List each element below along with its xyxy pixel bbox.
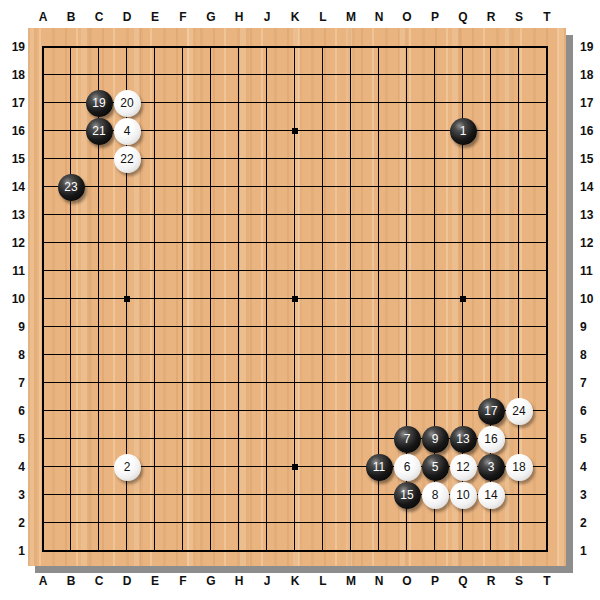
board-cell[interactable] [57, 33, 85, 61]
board-cell[interactable] [421, 397, 449, 425]
board-cell[interactable] [113, 341, 141, 369]
board-cell[interactable] [505, 201, 533, 229]
board-cell[interactable] [393, 173, 421, 201]
board-cell[interactable] [393, 313, 421, 341]
board-cell[interactable] [337, 229, 365, 257]
board-cell[interactable] [225, 397, 253, 425]
board-cell[interactable] [253, 481, 281, 509]
board-cell[interactable] [533, 173, 561, 201]
board-cell[interactable] [253, 425, 281, 453]
board-cell[interactable] [113, 229, 141, 257]
board-cell[interactable] [477, 341, 505, 369]
board-cell[interactable] [29, 145, 57, 173]
board-cell[interactable] [141, 453, 169, 481]
board-cell[interactable] [309, 229, 337, 257]
board-cell[interactable] [337, 145, 365, 173]
board-cell[interactable] [169, 145, 197, 173]
board-cell[interactable] [449, 201, 477, 229]
board-cell[interactable] [281, 257, 309, 285]
board-cell[interactable] [113, 425, 141, 453]
board-cell[interactable] [57, 453, 85, 481]
board-cell[interactable] [141, 117, 169, 145]
board-cell[interactable] [85, 313, 113, 341]
board-cell[interactable] [337, 313, 365, 341]
board-cell[interactable] [533, 369, 561, 397]
board-cell[interactable] [477, 313, 505, 341]
board-cell[interactable] [449, 61, 477, 89]
board-cell[interactable] [225, 201, 253, 229]
board-cell[interactable] [29, 453, 57, 481]
board-cell[interactable] [421, 341, 449, 369]
board-cell[interactable] [505, 145, 533, 173]
board-cell[interactable] [337, 453, 365, 481]
board-cell[interactable] [225, 369, 253, 397]
board-cell[interactable] [57, 537, 85, 565]
board-cell[interactable] [281, 117, 309, 145]
board-cell[interactable] [29, 173, 57, 201]
board-cell[interactable] [449, 369, 477, 397]
board-cell[interactable] [281, 369, 309, 397]
board-cell[interactable] [225, 453, 253, 481]
board-cell[interactable] [141, 145, 169, 173]
board-cell[interactable] [309, 481, 337, 509]
board-cell[interactable] [309, 33, 337, 61]
board-cell[interactable] [421, 313, 449, 341]
board-cell[interactable] [533, 61, 561, 89]
board-cell[interactable] [449, 89, 477, 117]
board-cell[interactable] [309, 89, 337, 117]
board-cell[interactable] [477, 117, 505, 145]
board-cell[interactable] [85, 285, 113, 313]
board-cell[interactable] [477, 145, 505, 173]
board-cell[interactable] [309, 201, 337, 229]
board-cell[interactable] [197, 509, 225, 537]
board-cell[interactable] [505, 313, 533, 341]
board-cell[interactable] [393, 341, 421, 369]
board-cell[interactable] [421, 369, 449, 397]
board-cell[interactable] [309, 313, 337, 341]
board-cell[interactable] [421, 257, 449, 285]
board-cell[interactable] [337, 537, 365, 565]
board-cell[interactable] [57, 481, 85, 509]
board-cell[interactable] [281, 61, 309, 89]
board-cell[interactable] [57, 369, 85, 397]
board-cell[interactable] [141, 341, 169, 369]
board-cell[interactable] [29, 397, 57, 425]
board-cell[interactable] [505, 117, 533, 145]
board-cell[interactable]: 12 [449, 453, 477, 481]
board-cell[interactable] [253, 537, 281, 565]
board-cell[interactable] [309, 369, 337, 397]
board-cell[interactable] [365, 257, 393, 285]
board-cell[interactable] [141, 229, 169, 257]
board-cell[interactable] [253, 173, 281, 201]
board-cell[interactable]: 14 [477, 481, 505, 509]
board-cell[interactable] [337, 425, 365, 453]
board-cell[interactable] [113, 173, 141, 201]
board-cell[interactable] [197, 481, 225, 509]
board-cell[interactable] [29, 201, 57, 229]
board-cell[interactable] [29, 313, 57, 341]
board-cell[interactable] [253, 33, 281, 61]
board-cell[interactable] [421, 173, 449, 201]
board-cell[interactable] [393, 89, 421, 117]
board-cell[interactable] [505, 33, 533, 61]
board-cell[interactable] [225, 285, 253, 313]
board-cell[interactable] [253, 201, 281, 229]
board-cell[interactable]: 9 [421, 425, 449, 453]
board-cell[interactable] [141, 369, 169, 397]
board-cell[interactable] [281, 425, 309, 453]
board-cell[interactable] [337, 257, 365, 285]
board-cell[interactable] [533, 89, 561, 117]
board-cell[interactable] [309, 285, 337, 313]
board-cell[interactable] [29, 481, 57, 509]
board-cell[interactable] [169, 89, 197, 117]
board-cell[interactable] [141, 285, 169, 313]
board-cell[interactable] [197, 61, 225, 89]
board-cell[interactable] [309, 509, 337, 537]
board-cell[interactable] [477, 285, 505, 313]
board-cell[interactable] [365, 341, 393, 369]
board-cell[interactable] [337, 285, 365, 313]
board-cell[interactable] [421, 61, 449, 89]
board-cell[interactable] [449, 229, 477, 257]
board-cell[interactable] [533, 537, 561, 565]
board-cell[interactable] [505, 173, 533, 201]
board-cell[interactable] [57, 341, 85, 369]
board-cell[interactable] [141, 313, 169, 341]
board-cell[interactable] [365, 145, 393, 173]
board-cell[interactable] [253, 453, 281, 481]
board-cell[interactable]: 11 [365, 453, 393, 481]
board-cell[interactable] [365, 201, 393, 229]
board-cell[interactable]: 15 [393, 481, 421, 509]
board-cell[interactable] [85, 369, 113, 397]
board-cell[interactable]: 24 [505, 397, 533, 425]
board-cell[interactable] [533, 313, 561, 341]
board-cell[interactable] [505, 61, 533, 89]
board-cell[interactable] [365, 509, 393, 537]
board-cell[interactable]: 21 [85, 117, 113, 145]
board-cell[interactable] [169, 369, 197, 397]
board-cell[interactable] [477, 61, 505, 89]
board-cell[interactable] [393, 509, 421, 537]
board-cell[interactable] [225, 257, 253, 285]
board-cell[interactable] [253, 509, 281, 537]
board-cell[interactable] [141, 425, 169, 453]
board-cell[interactable] [533, 145, 561, 173]
board-cell[interactable] [169, 33, 197, 61]
board-cell[interactable]: 8 [421, 481, 449, 509]
board-cell[interactable] [197, 173, 225, 201]
board-cell[interactable] [309, 425, 337, 453]
board-cell[interactable] [477, 509, 505, 537]
board-cell[interactable] [113, 201, 141, 229]
board-cell[interactable] [421, 285, 449, 313]
board-cell[interactable]: 10 [449, 481, 477, 509]
board-cell[interactable] [197, 145, 225, 173]
board-cell[interactable] [281, 89, 309, 117]
board-cell[interactable] [505, 229, 533, 257]
board-cell[interactable] [29, 285, 57, 313]
board-cell[interactable] [477, 33, 505, 61]
board-cell[interactable]: 22 [113, 145, 141, 173]
board-cell[interactable] [169, 229, 197, 257]
board-cell[interactable] [365, 397, 393, 425]
board-cell[interactable] [337, 341, 365, 369]
board-cell[interactable] [197, 397, 225, 425]
board-cell[interactable] [393, 145, 421, 173]
board-cell[interactable] [281, 229, 309, 257]
board-cell[interactable] [393, 537, 421, 565]
board-cell[interactable] [281, 285, 309, 313]
board-cell[interactable] [309, 397, 337, 425]
board-cell[interactable] [421, 89, 449, 117]
board-cell[interactable] [113, 33, 141, 61]
board-cell[interactable] [169, 173, 197, 201]
board-cell[interactable]: 16 [477, 425, 505, 453]
board-cell[interactable]: 17 [477, 397, 505, 425]
board-cell[interactable]: 18 [505, 453, 533, 481]
board-cell[interactable] [365, 61, 393, 89]
board-cell[interactable] [449, 145, 477, 173]
board-cell[interactable] [253, 313, 281, 341]
board-cell[interactable] [225, 313, 253, 341]
board-cell[interactable] [169, 481, 197, 509]
board-cell[interactable] [29, 117, 57, 145]
board-cell[interactable] [141, 201, 169, 229]
board-cell[interactable] [337, 89, 365, 117]
board-cell[interactable] [85, 33, 113, 61]
board-cell[interactable] [393, 201, 421, 229]
board-cell[interactable] [309, 61, 337, 89]
board-cell[interactable]: 7 [393, 425, 421, 453]
board-cell[interactable] [29, 425, 57, 453]
board-cell[interactable] [393, 61, 421, 89]
board-cell[interactable] [85, 481, 113, 509]
board-cell[interactable]: 1 [449, 117, 477, 145]
board-cell[interactable] [169, 397, 197, 425]
board-cell[interactable] [197, 369, 225, 397]
board-cell[interactable] [253, 397, 281, 425]
board-grid[interactable]: 192021412223172479131621165123181581014 [29, 33, 561, 565]
board-cell[interactable] [393, 369, 421, 397]
board-cell[interactable] [421, 229, 449, 257]
board-cell[interactable] [253, 117, 281, 145]
board-cell[interactable]: 23 [57, 173, 85, 201]
board-cell[interactable] [533, 481, 561, 509]
board-cell[interactable] [253, 61, 281, 89]
board-cell[interactable] [57, 425, 85, 453]
board-cell[interactable] [57, 89, 85, 117]
board-cell[interactable] [365, 173, 393, 201]
board-cell[interactable] [113, 285, 141, 313]
board-cell[interactable] [533, 201, 561, 229]
board-cell[interactable] [281, 33, 309, 61]
board-cell[interactable] [57, 229, 85, 257]
board-cell[interactable] [281, 173, 309, 201]
board-cell[interactable] [505, 425, 533, 453]
board-cell[interactable] [337, 481, 365, 509]
board-cell[interactable] [533, 257, 561, 285]
board-cell[interactable] [365, 117, 393, 145]
board-cell[interactable] [505, 341, 533, 369]
board-cell[interactable] [533, 425, 561, 453]
board-cell[interactable] [57, 313, 85, 341]
board-cell[interactable] [393, 257, 421, 285]
board-cell[interactable] [57, 257, 85, 285]
board-cell[interactable] [253, 341, 281, 369]
board-cell[interactable] [253, 229, 281, 257]
board-cell[interactable] [505, 257, 533, 285]
board-cell[interactable] [449, 173, 477, 201]
board-cell[interactable] [225, 33, 253, 61]
board-cell[interactable] [169, 453, 197, 481]
board-cell[interactable]: 5 [421, 453, 449, 481]
board-cell[interactable] [85, 537, 113, 565]
board-cell[interactable] [421, 145, 449, 173]
board-cell[interactable] [337, 201, 365, 229]
board-cell[interactable] [365, 33, 393, 61]
board-cell[interactable] [141, 397, 169, 425]
board-cell[interactable] [309, 341, 337, 369]
board-cell[interactable] [113, 61, 141, 89]
board-cell[interactable]: 4 [113, 117, 141, 145]
board-cell[interactable] [29, 229, 57, 257]
board-cell[interactable] [113, 537, 141, 565]
board-cell[interactable] [505, 89, 533, 117]
board-cell[interactable] [281, 313, 309, 341]
board-cell[interactable] [281, 341, 309, 369]
board-cell[interactable] [29, 537, 57, 565]
board-cell[interactable] [365, 425, 393, 453]
board-cell[interactable] [225, 481, 253, 509]
board-cell[interactable]: 13 [449, 425, 477, 453]
board-cell[interactable] [449, 341, 477, 369]
board-cell[interactable] [393, 397, 421, 425]
board-cell[interactable] [29, 89, 57, 117]
board-cell[interactable] [449, 313, 477, 341]
board-cell[interactable] [169, 425, 197, 453]
board-cell[interactable] [533, 229, 561, 257]
board-cell[interactable]: 2 [113, 453, 141, 481]
board-cell[interactable] [309, 537, 337, 565]
board-cell[interactable] [225, 89, 253, 117]
board-cell[interactable]: 19 [85, 89, 113, 117]
board-cell[interactable] [337, 369, 365, 397]
board-cell[interactable] [477, 229, 505, 257]
board-cell[interactable] [85, 229, 113, 257]
board-cell[interactable] [281, 145, 309, 173]
board-cell[interactable] [169, 257, 197, 285]
board-cell[interactable] [85, 509, 113, 537]
board-cell[interactable] [281, 453, 309, 481]
board-cell[interactable] [85, 425, 113, 453]
board-cell[interactable] [225, 61, 253, 89]
board-cell[interactable] [141, 481, 169, 509]
board-cell[interactable] [421, 201, 449, 229]
board-cell[interactable] [533, 285, 561, 313]
board-cell[interactable] [197, 33, 225, 61]
board-cell[interactable] [281, 481, 309, 509]
board-cell[interactable] [337, 173, 365, 201]
board-cell[interactable] [337, 61, 365, 89]
board-cell[interactable] [113, 369, 141, 397]
board-cell[interactable] [113, 313, 141, 341]
board-cell[interactable] [141, 173, 169, 201]
board-cell[interactable] [197, 229, 225, 257]
board-cell[interactable] [477, 173, 505, 201]
board-cell[interactable] [85, 257, 113, 285]
board-cell[interactable] [225, 173, 253, 201]
board-cell[interactable] [57, 61, 85, 89]
board-cell[interactable] [225, 537, 253, 565]
board-cell[interactable] [365, 369, 393, 397]
board-cell[interactable] [197, 453, 225, 481]
board-cell[interactable] [57, 201, 85, 229]
board-cell[interactable] [393, 33, 421, 61]
board-cell[interactable] [57, 509, 85, 537]
board-cell[interactable] [85, 341, 113, 369]
board-cell[interactable] [533, 397, 561, 425]
board-cell[interactable] [365, 481, 393, 509]
board-cell[interactable] [85, 397, 113, 425]
board-cell[interactable] [225, 229, 253, 257]
board-cell[interactable] [253, 285, 281, 313]
board-cell[interactable] [57, 397, 85, 425]
board-cell[interactable] [337, 117, 365, 145]
board-cell[interactable] [197, 117, 225, 145]
board-cell[interactable] [393, 285, 421, 313]
board-cell[interactable] [29, 369, 57, 397]
board-cell[interactable] [449, 33, 477, 61]
board-cell[interactable] [421, 33, 449, 61]
board-cell[interactable] [505, 509, 533, 537]
board-cell[interactable]: 20 [113, 89, 141, 117]
board-cell[interactable] [309, 117, 337, 145]
board-cell[interactable] [113, 397, 141, 425]
board-cell[interactable] [197, 313, 225, 341]
board-cell[interactable] [141, 33, 169, 61]
board-cell[interactable] [281, 537, 309, 565]
board-cell[interactable] [85, 201, 113, 229]
board-cell[interactable] [421, 117, 449, 145]
board-cell[interactable] [85, 145, 113, 173]
board-cell[interactable] [421, 537, 449, 565]
board-cell[interactable] [197, 257, 225, 285]
board-cell[interactable] [365, 285, 393, 313]
board-cell[interactable] [253, 89, 281, 117]
board-cell[interactable] [365, 537, 393, 565]
board-cell[interactable] [505, 537, 533, 565]
board-cell[interactable] [141, 89, 169, 117]
board-cell[interactable] [113, 481, 141, 509]
board-cell[interactable] [477, 201, 505, 229]
board-cell[interactable] [337, 509, 365, 537]
board-cell[interactable] [449, 537, 477, 565]
board-cell[interactable] [225, 341, 253, 369]
board-cell[interactable] [533, 341, 561, 369]
board-cell[interactable] [393, 229, 421, 257]
board-cell[interactable] [309, 257, 337, 285]
board-cell[interactable] [29, 509, 57, 537]
board-cell[interactable] [169, 117, 197, 145]
board-cell[interactable] [309, 173, 337, 201]
board-cell[interactable] [225, 509, 253, 537]
board-cell[interactable] [85, 453, 113, 481]
board-cell[interactable] [533, 117, 561, 145]
